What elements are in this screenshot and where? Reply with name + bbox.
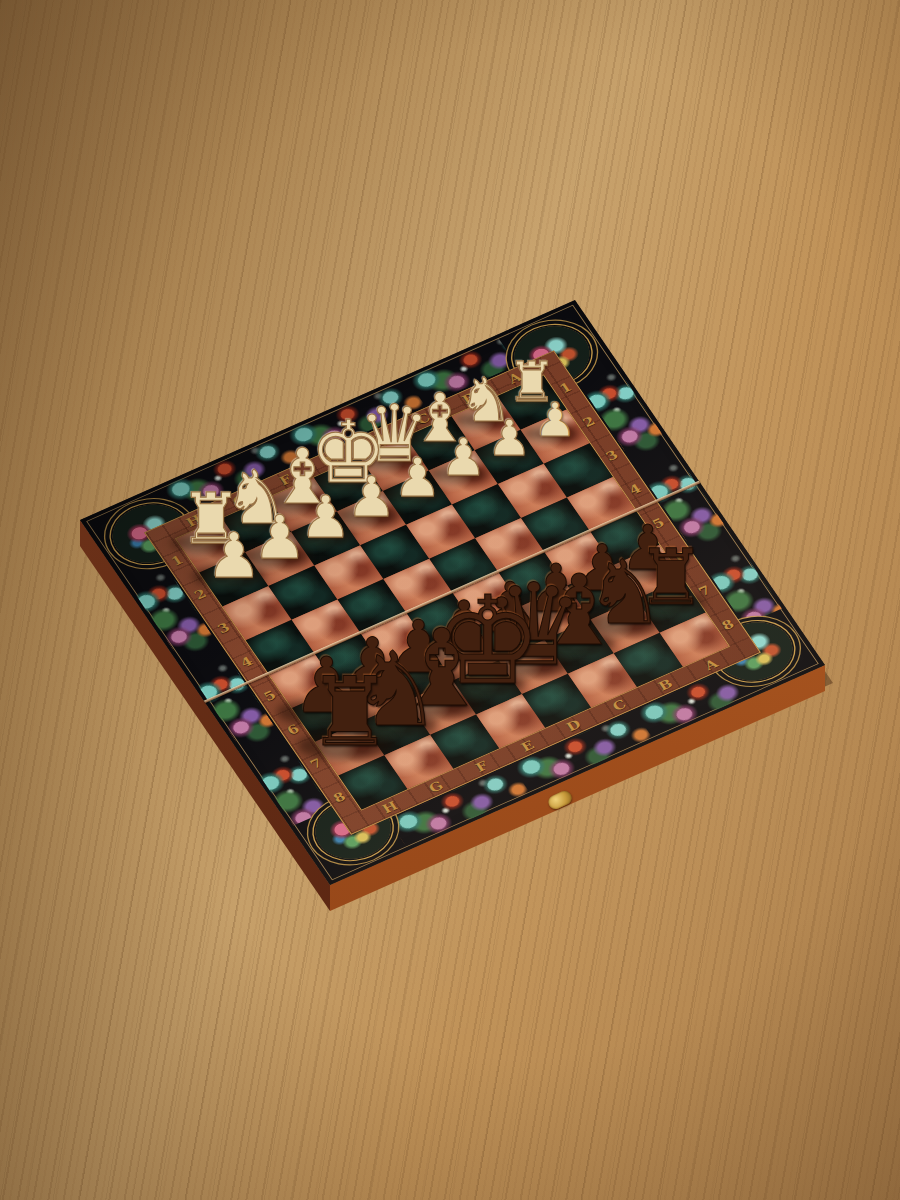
- board-sheen: [80, 300, 825, 885]
- chess-board: 1234567812345678HGFEDCBAHGFEDCBA: [80, 300, 825, 885]
- table-surface: 1234567812345678HGFEDCBAHGFEDCBA ♜♞♟♝♟♛♟…: [0, 0, 900, 1200]
